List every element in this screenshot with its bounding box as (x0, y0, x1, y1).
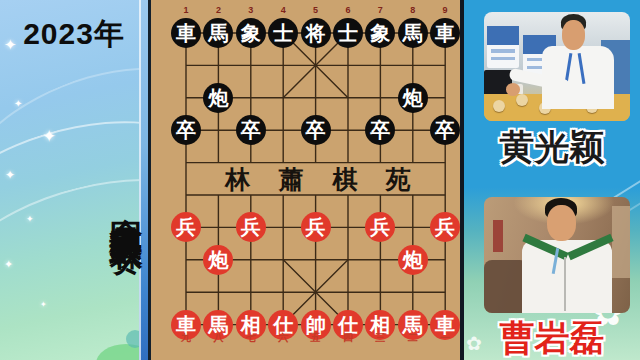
broadcast-frame: ✦ ✦ ✦ ✦ ✦ ✦ ✦ 2023年 全国象棋甲级联赛 123456789 林… (0, 0, 640, 360)
red-curtain (493, 220, 503, 251)
player1-name: 黄光颖 (464, 124, 640, 171)
file-label: 7 (364, 5, 396, 15)
file-label: 5 (299, 5, 331, 15)
player2-name: 曹岩磊 (464, 315, 640, 360)
piece-red-p: 兵 (430, 212, 460, 242)
players-panel: ✿ ✿ ✿ (464, 0, 640, 360)
banner-text-row (491, 49, 515, 52)
piece-black-n: 馬 (398, 18, 428, 48)
piece-black-p: 卒 (301, 115, 331, 145)
board-grid: 車馬象士将士象馬車炮炮卒卒卒卒卒兵兵兵兵兵炮炮車馬相仕帥仕相馬車 (170, 17, 462, 341)
player2-photo (484, 197, 630, 313)
player1-face (562, 20, 585, 51)
piece-black-r: 車 (171, 18, 201, 48)
piece-red-c: 炮 (203, 245, 233, 275)
file-label: 1 (170, 5, 202, 15)
event-title: 全国象棋甲级联赛 (0, 52, 148, 356)
xiangqi-board: 123456789 林 蕭 棋 苑 車馬象士将士象馬車炮炮卒卒卒卒卒兵兵兵兵兵炮… (148, 0, 464, 360)
file-label: 五 (299, 331, 331, 345)
file-label: 3 (235, 5, 267, 15)
banquet-wall (612, 206, 630, 278)
file-labels-bottom: 九八七六五四三二一 (170, 331, 462, 345)
file-label: 4 (267, 5, 299, 15)
table-piece (516, 94, 528, 106)
file-label: 一 (429, 331, 461, 345)
piece-red-p: 兵 (171, 212, 201, 242)
file-labels-top: 123456789 (170, 5, 462, 15)
venue-banner (487, 26, 519, 67)
piece-black-r: 車 (430, 18, 460, 48)
piece-black-a: 士 (268, 18, 298, 48)
table-piece (493, 100, 505, 112)
jacket-zipper (564, 257, 566, 310)
banner-text-row (491, 57, 515, 60)
file-label: 二 (397, 331, 429, 345)
piece-black-b: 象 (236, 18, 266, 48)
piece-black-p: 卒 (171, 115, 201, 145)
player2-face (547, 205, 576, 241)
piece-red-p: 兵 (301, 212, 331, 242)
piece-black-c: 炮 (398, 83, 428, 113)
piece-red-c: 炮 (398, 245, 428, 275)
piece-black-p: 卒 (236, 115, 266, 145)
piece-black-k: 将 (301, 18, 331, 48)
piece-red-p: 兵 (236, 212, 266, 242)
file-label: 六 (267, 331, 299, 345)
file-label: 九 (170, 331, 202, 345)
player2-torso (522, 240, 613, 313)
file-label: 2 (202, 5, 234, 15)
file-label: 6 (332, 5, 364, 15)
piece-black-p: 卒 (365, 115, 395, 145)
file-label: 四 (332, 331, 364, 345)
file-label: 三 (364, 331, 396, 345)
event-title-panel: ✦ ✦ ✦ ✦ ✦ ✦ ✦ 2023年 全国象棋甲级联赛 (0, 0, 148, 360)
file-label: 七 (235, 331, 267, 345)
banner-header (487, 26, 519, 45)
file-label: 9 (429, 5, 461, 15)
event-year: 2023年 (0, 14, 148, 55)
player1-photo (484, 12, 630, 121)
file-label: 8 (397, 5, 429, 15)
piece-black-n: 馬 (203, 18, 233, 48)
piece-black-a: 士 (333, 18, 363, 48)
piece-black-p: 卒 (430, 115, 460, 145)
piece-black-c: 炮 (203, 83, 233, 113)
piece-black-b: 象 (365, 18, 395, 48)
piece-red-p: 兵 (365, 212, 395, 242)
file-label: 八 (202, 331, 234, 345)
